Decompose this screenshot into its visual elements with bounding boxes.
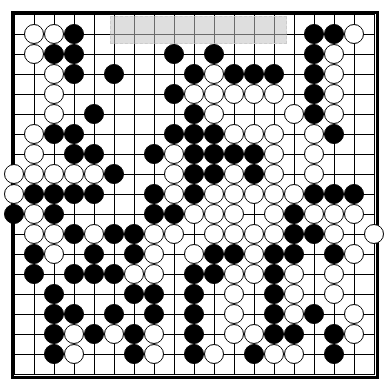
black-stone (184, 284, 204, 304)
white-stone (64, 344, 84, 364)
black-stone (184, 304, 204, 324)
white-stone (44, 24, 64, 44)
white-stone (264, 184, 284, 204)
white-stone (204, 184, 224, 204)
black-stone (264, 244, 284, 264)
white-stone (224, 204, 244, 224)
black-stone (224, 64, 244, 84)
white-stone (264, 164, 284, 184)
white-stone (4, 184, 24, 204)
black-stone (304, 24, 324, 44)
white-stone (44, 224, 64, 244)
white-stone (124, 264, 144, 284)
black-stone (84, 244, 104, 264)
black-stone (84, 264, 104, 284)
white-stone (304, 144, 324, 164)
white-stone (144, 264, 164, 284)
black-stone (244, 344, 264, 364)
black-stone (64, 304, 84, 324)
white-stone (204, 344, 224, 364)
black-stone (204, 144, 224, 164)
black-stone (304, 84, 324, 104)
black-stone (64, 44, 84, 64)
black-stone (24, 184, 44, 204)
black-stone (264, 324, 284, 344)
white-stone (344, 24, 364, 44)
white-stone (44, 164, 64, 184)
white-stone (144, 324, 164, 344)
black-stone (304, 224, 324, 244)
white-stone (164, 164, 184, 184)
white-stone (324, 224, 344, 244)
white-stone (344, 244, 364, 264)
black-stone (64, 224, 84, 244)
white-stone (324, 44, 344, 64)
white-stone (344, 304, 364, 324)
white-stone (284, 284, 304, 304)
black-stone (284, 244, 304, 264)
white-stone (264, 144, 284, 164)
white-stone (304, 164, 324, 184)
white-stone (304, 204, 324, 224)
white-stone (324, 64, 344, 84)
black-stone (144, 284, 164, 304)
black-stone (44, 204, 64, 224)
black-stone (184, 164, 204, 184)
black-stone (44, 304, 64, 324)
white-stone (204, 84, 224, 104)
black-stone (324, 24, 344, 44)
white-stone (104, 324, 124, 344)
white-stone (184, 204, 204, 224)
white-stone (224, 264, 244, 284)
white-stone (264, 84, 284, 104)
white-stone (144, 224, 164, 244)
white-stone (264, 204, 284, 224)
black-stone (124, 344, 144, 364)
black-stone (304, 304, 324, 324)
white-stone (224, 164, 244, 184)
white-stone (44, 84, 64, 104)
white-stone (24, 164, 44, 184)
black-stone (124, 324, 144, 344)
black-stone (284, 224, 304, 244)
white-stone (144, 244, 164, 264)
black-stone (44, 44, 64, 64)
white-stone (344, 324, 364, 344)
white-stone (284, 344, 304, 364)
black-stone (64, 124, 84, 144)
black-stone (264, 264, 284, 284)
white-stone (24, 44, 44, 64)
black-stone (44, 124, 64, 144)
white-stone (44, 64, 64, 84)
black-stone (84, 104, 104, 124)
black-stone (324, 324, 344, 344)
white-stone (224, 84, 244, 104)
black-stone (284, 204, 304, 224)
white-stone (224, 184, 244, 204)
black-stone (324, 344, 344, 364)
black-stone (264, 284, 284, 304)
black-stone (104, 64, 124, 84)
black-stone (184, 324, 204, 344)
white-stone (204, 64, 224, 84)
white-stone (24, 224, 44, 244)
black-stone (144, 204, 164, 224)
white-stone (224, 224, 244, 244)
black-stone (204, 44, 224, 64)
white-stone (24, 24, 44, 44)
white-stone (224, 284, 244, 304)
black-stone (24, 244, 44, 264)
black-stone (184, 344, 204, 364)
white-stone (64, 164, 84, 184)
white-stone (264, 224, 284, 244)
black-stone (24, 264, 44, 284)
stone-layer (14, 14, 375, 375)
black-stone (104, 224, 124, 244)
white-stone (264, 124, 284, 144)
black-stone (304, 44, 324, 64)
white-stone (244, 224, 264, 244)
black-stone (64, 144, 84, 164)
black-stone (144, 304, 164, 324)
white-stone (64, 324, 84, 344)
white-stone (224, 124, 244, 144)
white-stone (284, 184, 304, 204)
white-stone (44, 244, 64, 264)
white-stone (24, 204, 44, 224)
white-stone (244, 184, 264, 204)
black-stone (64, 184, 84, 204)
white-stone (84, 224, 104, 244)
white-stone (364, 224, 384, 244)
white-stone (24, 124, 44, 144)
black-stone (204, 244, 224, 264)
black-stone (104, 304, 124, 324)
black-stone (164, 44, 184, 64)
black-stone (304, 184, 324, 204)
white-stone (144, 344, 164, 364)
black-stone (184, 124, 204, 144)
white-stone (284, 304, 304, 324)
black-stone (184, 184, 204, 204)
white-stone (284, 264, 304, 284)
black-stone (64, 24, 84, 44)
black-stone (104, 264, 124, 284)
white-stone (224, 304, 244, 324)
black-stone (184, 264, 204, 284)
black-stone (144, 184, 164, 204)
black-stone (164, 84, 184, 104)
black-stone (124, 224, 144, 244)
white-stone (324, 264, 344, 284)
white-stone (244, 264, 264, 284)
black-stone (104, 164, 124, 184)
white-stone (344, 204, 364, 224)
black-stone (244, 164, 264, 184)
black-stone (284, 324, 304, 344)
white-stone (244, 84, 264, 104)
black-stone (184, 104, 204, 124)
black-stone (264, 64, 284, 84)
white-stone (324, 104, 344, 124)
go-diagram (0, 0, 390, 390)
white-stone (324, 204, 344, 224)
black-stone (324, 184, 344, 204)
black-stone (224, 144, 244, 164)
black-stone (304, 64, 324, 84)
white-stone (204, 204, 224, 224)
black-stone (144, 144, 164, 164)
black-stone (84, 184, 104, 204)
white-stone (304, 124, 324, 144)
black-stone (224, 244, 244, 264)
white-stone (44, 104, 64, 124)
black-stone (204, 124, 224, 144)
black-stone (124, 244, 144, 264)
black-stone (244, 144, 264, 164)
black-stone (184, 64, 204, 84)
white-stone (284, 104, 304, 124)
black-stone (4, 204, 24, 224)
white-stone (164, 144, 184, 164)
black-stone (44, 324, 64, 344)
black-stone (344, 184, 364, 204)
white-stone (184, 84, 204, 104)
black-stone (164, 204, 184, 224)
black-stone (184, 144, 204, 164)
white-stone (244, 324, 264, 344)
black-stone (304, 104, 324, 124)
white-stone (84, 164, 104, 184)
white-stone (224, 324, 244, 344)
black-stone (44, 284, 64, 304)
white-stone (164, 184, 184, 204)
white-stone (164, 224, 184, 244)
white-stone (184, 244, 204, 264)
white-stone (264, 344, 284, 364)
white-stone (244, 244, 264, 264)
black-stone (264, 304, 284, 324)
black-stone (84, 324, 104, 344)
white-stone (4, 164, 24, 184)
white-stone (24, 144, 44, 164)
black-stone (204, 164, 224, 184)
white-stone (204, 104, 224, 124)
black-stone (64, 264, 84, 284)
black-stone (164, 124, 184, 144)
black-stone (324, 244, 344, 264)
black-stone (244, 64, 264, 84)
white-stone (244, 124, 264, 144)
black-stone (44, 344, 64, 364)
white-stone (324, 284, 344, 304)
white-stone (324, 84, 344, 104)
black-stone (124, 284, 144, 304)
black-stone (204, 264, 224, 284)
black-stone (64, 64, 84, 84)
black-stone (44, 184, 64, 204)
black-stone (324, 124, 344, 144)
white-stone (204, 224, 224, 244)
black-stone (84, 144, 104, 164)
